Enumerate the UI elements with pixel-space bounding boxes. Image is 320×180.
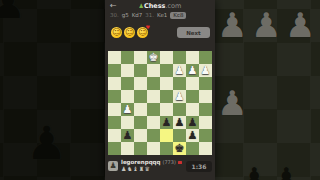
piece-wP: ♟ bbox=[201, 65, 211, 76]
emoji-reactions: ☺☺☺♥ bbox=[111, 27, 148, 38]
player-rating: (773) bbox=[162, 160, 175, 165]
square-h5[interactable] bbox=[108, 103, 121, 116]
move-item[interactable]: g5 bbox=[122, 13, 129, 19]
move-number: 30. bbox=[110, 13, 119, 19]
square-h8[interactable] bbox=[108, 142, 121, 155]
square-a7[interactable] bbox=[199, 129, 212, 142]
square-d1[interactable] bbox=[160, 51, 173, 64]
square-c8[interactable]: ♚ bbox=[173, 142, 186, 155]
square-b6[interactable]: ♟ bbox=[186, 116, 199, 129]
square-f2[interactable] bbox=[134, 64, 147, 77]
square-b4[interactable] bbox=[186, 90, 199, 103]
square-f7[interactable] bbox=[134, 129, 147, 142]
square-b5[interactable] bbox=[186, 103, 199, 116]
square-a8[interactable] bbox=[199, 142, 212, 155]
player-info: legorenpqqq (773) ♟♞♝♜♛ bbox=[121, 160, 182, 173]
background-left-strip: ♟ ♟ bbox=[0, 0, 105, 180]
square-f4[interactable] bbox=[134, 90, 147, 103]
square-e2[interactable] bbox=[147, 64, 160, 77]
square-b2[interactable]: ♟ bbox=[186, 64, 199, 77]
background-dim-overlay bbox=[0, 0, 105, 180]
emote-action-button[interactable]: Next bbox=[177, 27, 210, 38]
piece-bP: ♟ bbox=[188, 117, 198, 128]
square-b8[interactable] bbox=[186, 142, 199, 155]
square-d6[interactable]: ♟ bbox=[160, 116, 173, 129]
app-screen: ← ♟Chess.com 30.g5Kd731.Ke1Kc8 ☺☺☺♥ Next… bbox=[105, 0, 215, 180]
square-e7[interactable] bbox=[147, 129, 160, 142]
square-b1[interactable] bbox=[186, 51, 199, 64]
bottom-player-bar: ♟ legorenpqqq (773) ♟♞♝♜♛ 1:36 bbox=[105, 158, 215, 174]
logo-domain-text: .com bbox=[165, 2, 181, 10]
avatar-pawn-icon: ♟ bbox=[109, 162, 116, 170]
piece-bP: ♟ bbox=[162, 117, 172, 128]
square-a5[interactable] bbox=[199, 103, 212, 116]
flag-icon bbox=[178, 161, 182, 164]
square-g1[interactable] bbox=[121, 51, 134, 64]
square-c4[interactable]: ♟ bbox=[173, 90, 186, 103]
square-h1[interactable] bbox=[108, 51, 121, 64]
emote-row: ☺☺☺♥ Next bbox=[105, 20, 215, 51]
square-f1[interactable] bbox=[134, 51, 147, 64]
square-h6[interactable] bbox=[108, 116, 121, 129]
background-dim-overlay bbox=[215, 0, 320, 180]
chesscom-logo: ♟Chess.com bbox=[105, 2, 215, 10]
square-e3[interactable] bbox=[147, 77, 160, 90]
square-h2[interactable] bbox=[108, 64, 121, 77]
move-item[interactable]: Kd7 bbox=[132, 13, 143, 19]
square-f5[interactable] bbox=[134, 103, 147, 116]
captured-pieces-tray: ♟♞♝♜♛ bbox=[121, 166, 182, 172]
hugging-face-emoji-icon: ☺ bbox=[111, 27, 122, 38]
square-c2[interactable]: ♟ bbox=[173, 64, 186, 77]
move-item[interactable]: Kc8 bbox=[170, 12, 186, 20]
square-f8[interactable] bbox=[134, 142, 147, 155]
square-g7[interactable]: ♟ bbox=[121, 129, 134, 142]
hugging-face-emoji-icon: ☺ bbox=[124, 27, 135, 38]
square-g2[interactable] bbox=[121, 64, 134, 77]
square-b7[interactable]: ♟ bbox=[186, 129, 199, 142]
piece-wK: ♚ bbox=[149, 52, 159, 63]
square-e8[interactable] bbox=[147, 142, 160, 155]
square-c5[interactable] bbox=[173, 103, 186, 116]
chess-board: ♚♟♟♟♟♟♟♟♟♟♟♚ bbox=[108, 51, 212, 155]
square-g4[interactable] bbox=[121, 90, 134, 103]
square-d4[interactable] bbox=[160, 90, 173, 103]
square-d7[interactable] bbox=[160, 129, 173, 142]
captured-queen-icon: ♛ bbox=[145, 165, 151, 172]
square-e4[interactable] bbox=[147, 90, 160, 103]
square-a4[interactable] bbox=[199, 90, 212, 103]
square-c1[interactable] bbox=[173, 51, 186, 64]
avatar[interactable]: ♟ bbox=[108, 161, 118, 171]
move-number: 31. bbox=[145, 13, 154, 19]
background-right-strip: ♟ ♟ ♟ ♟ ♟ ♟ bbox=[215, 0, 320, 180]
move-list-strip: 30.g5Kd731.Ke1Kc8 bbox=[105, 11, 215, 20]
square-a3[interactable] bbox=[199, 77, 212, 90]
top-bar: ← ♟Chess.com bbox=[105, 0, 215, 11]
square-b3[interactable] bbox=[186, 77, 199, 90]
piece-wP: ♟ bbox=[123, 104, 133, 115]
smiling-face-with-hearts-emoji-icon: ☺♥ bbox=[137, 27, 148, 38]
square-c3[interactable] bbox=[173, 77, 186, 90]
square-h4[interactable] bbox=[108, 90, 121, 103]
video-frame: ♟ ♟ ♟ ♟ ♟ ♟ ♟ ♟ ← ♟Chess.com 30.g5Kd731.… bbox=[0, 0, 320, 180]
piece-bP: ♟ bbox=[175, 117, 185, 128]
logo-text: Chess bbox=[144, 2, 166, 10]
square-f3[interactable] bbox=[134, 77, 147, 90]
square-d5[interactable] bbox=[160, 103, 173, 116]
square-a2[interactable]: ♟ bbox=[199, 64, 212, 77]
square-a1[interactable] bbox=[199, 51, 212, 64]
square-h3[interactable] bbox=[108, 77, 121, 90]
move-item[interactable]: Ke1 bbox=[157, 13, 167, 19]
square-e5[interactable] bbox=[147, 103, 160, 116]
player-clock: 1:36 bbox=[186, 161, 212, 172]
piece-bP: ♟ bbox=[123, 130, 133, 141]
square-d2[interactable] bbox=[160, 64, 173, 77]
square-c6[interactable]: ♟ bbox=[173, 116, 186, 129]
square-c7[interactable] bbox=[173, 129, 186, 142]
piece-wP: ♟ bbox=[188, 65, 198, 76]
piece-wP: ♟ bbox=[175, 91, 185, 102]
square-f6[interactable] bbox=[134, 116, 147, 129]
square-a6[interactable] bbox=[199, 116, 212, 129]
square-d3[interactable] bbox=[160, 77, 173, 90]
piece-bP: ♟ bbox=[188, 130, 198, 141]
square-d8[interactable] bbox=[160, 142, 173, 155]
piece-bK: ♚ bbox=[175, 143, 185, 154]
square-g6[interactable] bbox=[121, 116, 134, 129]
square-g5[interactable]: ♟ bbox=[121, 103, 134, 116]
square-h7[interactable] bbox=[108, 129, 121, 142]
square-e1[interactable]: ♚ bbox=[147, 51, 160, 64]
square-e6[interactable] bbox=[147, 116, 160, 129]
square-g8[interactable] bbox=[121, 142, 134, 155]
piece-wP: ♟ bbox=[175, 65, 185, 76]
square-g3[interactable] bbox=[121, 77, 134, 90]
